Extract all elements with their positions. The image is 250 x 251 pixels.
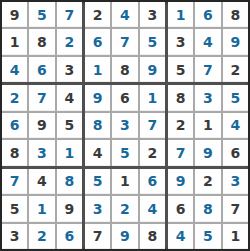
cell-r7c4[interactable]: 5 [85, 169, 110, 194]
cell-r3c2[interactable]: 6 [29, 57, 54, 82]
cell-r7c7[interactable]: 9 [168, 169, 193, 194]
cell-r4c4[interactable]: 9 [85, 85, 110, 110]
cell-r9c3[interactable]: 6 [57, 224, 82, 249]
cell-r5c4[interactable]: 8 [85, 113, 110, 138]
cell-r6c4[interactable]: 4 [85, 140, 110, 165]
cell-r8c3[interactable]: 9 [57, 196, 82, 221]
cell-r1c4[interactable]: 2 [85, 2, 110, 27]
cell-r9c9[interactable]: 1 [223, 224, 248, 249]
cell-r9c8[interactable]: 5 [195, 224, 220, 249]
cell-r5c5[interactable]: 3 [112, 113, 137, 138]
cell-r5c6[interactable]: 7 [140, 113, 165, 138]
cell-r4c1[interactable]: 2 [2, 85, 27, 110]
box-r3c2: 516324798 [85, 169, 165, 249]
cell-r8c1[interactable]: 5 [2, 196, 27, 221]
cell-r7c8[interactable]: 2 [195, 169, 220, 194]
cell-r4c3[interactable]: 4 [57, 85, 82, 110]
box-r3c1: 748519326 [2, 169, 82, 249]
box-r1c3: 168349572 [168, 2, 248, 82]
box-r2c2: 961837452 [85, 85, 165, 165]
cell-r2c4[interactable]: 6 [85, 29, 110, 54]
cell-r4c9[interactable]: 5 [223, 85, 248, 110]
cell-r4c8[interactable]: 3 [195, 85, 220, 110]
cell-r5c2[interactable]: 9 [29, 113, 54, 138]
box-r2c3: 835214796 [168, 85, 248, 165]
cell-r6c1[interactable]: 8 [2, 140, 27, 165]
cell-r1c7[interactable]: 1 [168, 2, 193, 27]
cell-r1c1[interactable]: 9 [2, 2, 27, 27]
cell-r6c8[interactable]: 9 [195, 140, 220, 165]
cell-r7c2[interactable]: 4 [29, 169, 54, 194]
cell-r4c5[interactable]: 6 [112, 85, 137, 110]
cell-r8c8[interactable]: 8 [195, 196, 220, 221]
cell-r8c9[interactable]: 7 [223, 196, 248, 221]
cell-r2c9[interactable]: 9 [223, 29, 248, 54]
cell-r9c5[interactable]: 9 [112, 224, 137, 249]
box-r3c3: 923687451 [168, 169, 248, 249]
cell-r1c8[interactable]: 6 [195, 2, 220, 27]
cell-r4c2[interactable]: 7 [29, 85, 54, 110]
cell-r4c6[interactable]: 1 [140, 85, 165, 110]
cell-r3c8[interactable]: 7 [195, 57, 220, 82]
cell-r4c7[interactable]: 8 [168, 85, 193, 110]
cell-r6c5[interactable]: 5 [112, 140, 137, 165]
cell-r6c9[interactable]: 6 [223, 140, 248, 165]
cell-r3c5[interactable]: 8 [112, 57, 137, 82]
cell-r3c4[interactable]: 1 [85, 57, 110, 82]
cell-r8c5[interactable]: 2 [112, 196, 137, 221]
cell-r5c9[interactable]: 4 [223, 113, 248, 138]
cell-r5c3[interactable]: 5 [57, 113, 82, 138]
cell-r9c4[interactable]: 7 [85, 224, 110, 249]
cell-r1c2[interactable]: 5 [29, 2, 54, 27]
cell-r1c3[interactable]: 7 [57, 2, 82, 27]
sudoku-board: 9571824632436751891683495722746958319618… [0, 0, 250, 251]
cell-r8c2[interactable]: 1 [29, 196, 54, 221]
cell-r5c1[interactable]: 6 [2, 113, 27, 138]
cell-r7c3[interactable]: 8 [57, 169, 82, 194]
cell-r3c1[interactable]: 4 [2, 57, 27, 82]
cell-r6c2[interactable]: 3 [29, 140, 54, 165]
cell-r2c2[interactable]: 8 [29, 29, 54, 54]
cell-r7c5[interactable]: 1 [112, 169, 137, 194]
cell-r7c9[interactable]: 3 [223, 169, 248, 194]
box-r1c1: 957182463 [2, 2, 82, 82]
cell-r2c3[interactable]: 2 [57, 29, 82, 54]
cell-r9c1[interactable]: 3 [2, 224, 27, 249]
cell-r8c4[interactable]: 3 [85, 196, 110, 221]
cell-r2c8[interactable]: 4 [195, 29, 220, 54]
box-r1c2: 243675189 [85, 2, 165, 82]
cell-r6c7[interactable]: 7 [168, 140, 193, 165]
cell-r1c6[interactable]: 3 [140, 2, 165, 27]
cell-r6c6[interactable]: 2 [140, 140, 165, 165]
cell-r7c1[interactable]: 7 [2, 169, 27, 194]
cell-r2c6[interactable]: 5 [140, 29, 165, 54]
cell-r1c5[interactable]: 4 [112, 2, 137, 27]
cell-r2c1[interactable]: 1 [2, 29, 27, 54]
cell-r8c6[interactable]: 4 [140, 196, 165, 221]
cell-r7c6[interactable]: 6 [140, 169, 165, 194]
cell-r1c9[interactable]: 8 [223, 2, 248, 27]
cell-r6c3[interactable]: 1 [57, 140, 82, 165]
cell-r2c7[interactable]: 3 [168, 29, 193, 54]
cell-r8c7[interactable]: 6 [168, 196, 193, 221]
cell-r9c6[interactable]: 8 [140, 224, 165, 249]
cell-r5c7[interactable]: 2 [168, 113, 193, 138]
cell-r3c6[interactable]: 9 [140, 57, 165, 82]
cell-r3c9[interactable]: 2 [223, 57, 248, 82]
cell-r5c8[interactable]: 1 [195, 113, 220, 138]
cell-r2c5[interactable]: 7 [112, 29, 137, 54]
cell-r3c3[interactable]: 3 [57, 57, 82, 82]
cell-r3c7[interactable]: 5 [168, 57, 193, 82]
cell-r9c7[interactable]: 4 [168, 224, 193, 249]
box-r2c1: 274695831 [2, 85, 82, 165]
cell-r9c2[interactable]: 2 [29, 224, 54, 249]
